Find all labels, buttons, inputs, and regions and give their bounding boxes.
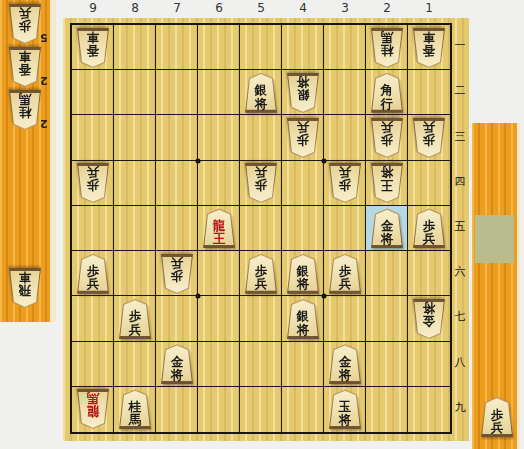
piece-kanji: 歩兵: [244, 163, 278, 203]
shogi-app: 歩兵5香車2桂馬2飛車 歩兵 香車桂馬香車銀将銀将角行歩兵歩兵歩兵歩兵歩兵歩兵王…: [0, 0, 524, 449]
shogi-piece[interactable]: 歩兵: [328, 254, 362, 294]
piece-kanji: 香車: [76, 28, 110, 68]
file-label: 5: [240, 0, 282, 16]
shogi-piece[interactable]: 歩兵: [244, 254, 278, 294]
piece-kanji: 角行: [370, 73, 404, 113]
piece-kanji: 金将: [412, 299, 446, 339]
shogi-piece[interactable]: 桂馬: [118, 389, 152, 429]
piece-kanji: 香車: [412, 28, 446, 68]
piece-kanji: 銀将: [286, 254, 320, 294]
sente-hand-stand: 歩兵: [472, 123, 520, 449]
shogi-piece[interactable]: 歩兵: [480, 397, 514, 437]
shogi-piece[interactable]: 龍馬: [76, 389, 110, 429]
hand-piece-entry[interactable]: 飛車: [2, 268, 48, 309]
shogi-piece[interactable]: 歩兵: [8, 4, 42, 44]
rank-label: 二: [452, 68, 468, 113]
piece-kanji: 歩兵: [244, 254, 278, 294]
rank-labels: 一二三四五六七八九: [452, 23, 468, 430]
hand-piece-count: 2: [40, 74, 48, 87]
rank-label: 四: [452, 159, 468, 204]
shogi-piece[interactable]: 角行: [370, 73, 404, 113]
piece-kanji: 歩兵: [286, 118, 320, 158]
piece-kanji: 歩兵: [412, 208, 446, 248]
hand-piece-entry[interactable]: 桂馬2: [2, 90, 48, 131]
file-label: 4: [282, 0, 324, 16]
hand-piece-entry[interactable]: 香車2: [2, 47, 48, 88]
shogi-piece[interactable]: 歩兵: [76, 163, 110, 203]
shogi-piece[interactable]: 歩兵: [412, 118, 446, 158]
shogi-piece[interactable]: 桂馬: [370, 28, 404, 68]
shogi-piece[interactable]: 飛車: [8, 268, 42, 308]
shogi-piece[interactable]: 香車: [8, 47, 42, 87]
piece-kanji: 歩兵: [480, 397, 514, 437]
piece-kanji: 龍王: [202, 208, 236, 248]
piece-kanji: 歩兵: [76, 254, 110, 294]
piece-kanji: 金将: [160, 344, 194, 384]
piece-kanji: 歩兵: [328, 254, 362, 294]
board-grid: 香車桂馬香車銀将銀将角行歩兵歩兵歩兵歩兵歩兵歩兵王将龍王金将歩兵歩兵歩兵歩兵銀将…: [70, 23, 452, 434]
shogi-piece[interactable]: 金将: [412, 299, 446, 339]
hand-piece-entry[interactable]: 歩兵5: [2, 4, 48, 45]
rank-label: 六: [452, 249, 468, 294]
piece-kanji: 桂馬: [8, 90, 42, 130]
piece-kanji: 王将: [370, 163, 404, 203]
shogi-piece[interactable]: 銀将: [244, 73, 278, 113]
shogi-piece[interactable]: 王将: [370, 163, 404, 203]
shogi-piece[interactable]: 歩兵: [76, 254, 110, 294]
piece-kanji: 玉将: [328, 389, 362, 429]
piece-kanji: 歩兵: [8, 4, 42, 44]
shogi-board: 香車桂馬香車銀将銀将角行歩兵歩兵歩兵歩兵歩兵歩兵王将龍王金将歩兵歩兵歩兵歩兵銀将…: [63, 18, 469, 441]
piece-kanji: 銀将: [244, 73, 278, 113]
file-label: 3: [324, 0, 366, 16]
shogi-piece[interactable]: 歩兵: [244, 163, 278, 203]
piece-kanji: 歩兵: [370, 118, 404, 158]
shogi-piece[interactable]: 玉将: [328, 389, 362, 429]
hand-piece-entry[interactable]: 歩兵: [474, 397, 520, 438]
shogi-piece[interactable]: 歩兵: [286, 118, 320, 158]
file-label: 9: [72, 0, 114, 16]
shogi-piece[interactable]: 金将: [160, 344, 194, 384]
shogi-piece[interactable]: 金将: [370, 208, 404, 248]
shogi-piece[interactable]: 香車: [76, 28, 110, 68]
hand-piece-count: 5: [40, 31, 48, 44]
shogi-piece[interactable]: 銀将: [286, 254, 320, 294]
shogi-piece[interactable]: 歩兵: [328, 163, 362, 203]
shogi-piece[interactable]: 香車: [412, 28, 446, 68]
piece-kanji: 飛車: [8, 268, 42, 308]
file-label: 7: [156, 0, 198, 16]
piece-kanji: 龍馬: [76, 389, 110, 429]
shogi-piece[interactable]: 桂馬: [8, 90, 42, 130]
piece-kanji: 銀将: [286, 299, 320, 339]
shogi-piece[interactable]: 歩兵: [412, 208, 446, 248]
piece-kanji: 歩兵: [328, 163, 362, 203]
shogi-piece[interactable]: 銀将: [286, 299, 320, 339]
rank-label: 七: [452, 294, 468, 339]
piece-kanji: 香車: [8, 47, 42, 87]
piece-kanji: 金将: [370, 208, 404, 248]
file-label: 2: [366, 0, 408, 16]
hand-slot-highlight: [475, 215, 514, 263]
pieces-layer: 香車桂馬香車銀将銀将角行歩兵歩兵歩兵歩兵歩兵歩兵王将龍王金将歩兵歩兵歩兵歩兵銀将…: [72, 25, 450, 432]
piece-kanji: 銀将: [286, 73, 320, 113]
file-label: 8: [114, 0, 156, 16]
shogi-piece[interactable]: 金将: [328, 344, 362, 384]
piece-kanji: 桂馬: [118, 389, 152, 429]
piece-kanji: 歩兵: [76, 163, 110, 203]
rank-label: 一: [452, 23, 468, 68]
shogi-piece[interactable]: 歩兵: [160, 254, 194, 294]
rank-label: 八: [452, 340, 468, 385]
rank-label: 五: [452, 204, 468, 249]
piece-kanji: 歩兵: [412, 118, 446, 158]
file-label: 1: [408, 0, 450, 16]
hand-piece-count: 2: [40, 117, 48, 130]
shogi-piece[interactable]: 歩兵: [118, 299, 152, 339]
shogi-piece[interactable]: 歩兵: [370, 118, 404, 158]
file-labels: 987654321: [72, 0, 450, 16]
shogi-piece[interactable]: 龍王: [202, 208, 236, 248]
piece-kanji: 歩兵: [118, 299, 152, 339]
rank-label: 九: [452, 385, 468, 430]
file-label: 6: [198, 0, 240, 16]
shogi-piece[interactable]: 銀将: [286, 73, 320, 113]
rank-label: 三: [452, 113, 468, 158]
piece-kanji: 金将: [328, 344, 362, 384]
piece-kanji: 桂馬: [370, 28, 404, 68]
piece-kanji: 歩兵: [160, 254, 194, 294]
gote-hand-stand: 歩兵5香車2桂馬2飛車: [0, 0, 56, 322]
